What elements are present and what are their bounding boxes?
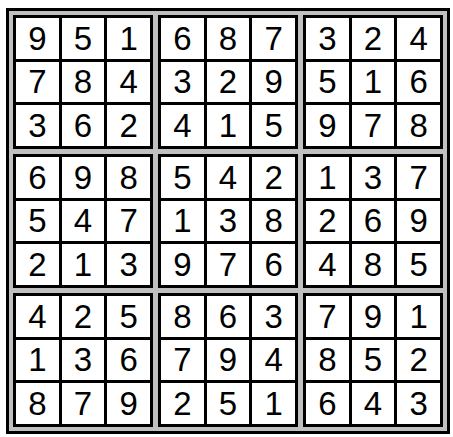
sudoku-cell-r5c6[interactable]: 8 — [252, 201, 295, 242]
sudoku-cell-r4c4[interactable]: 5 — [161, 157, 204, 198]
sudoku-cell-r2c7[interactable]: 5 — [306, 62, 349, 103]
sudoku-cell-r3c6[interactable]: 5 — [252, 105, 295, 146]
sudoku-cell-r8c5[interactable]: 9 — [207, 340, 250, 381]
sudoku-cell-r5c1[interactable]: 5 — [16, 201, 59, 242]
sudoku-cell-r4c2[interactable]: 9 — [62, 157, 105, 198]
sudoku-cell-r9c2[interactable]: 7 — [62, 383, 105, 424]
sudoku-cell-r4c3[interactable]: 8 — [107, 157, 150, 198]
sudoku-cell-r1c7[interactable]: 3 — [306, 18, 349, 59]
sudoku-cell-r3c7[interactable]: 9 — [306, 105, 349, 146]
sudoku-cell-r6c8[interactable]: 8 — [352, 244, 395, 285]
sudoku-cell-r5c9[interactable]: 9 — [397, 201, 440, 242]
sudoku-cell-r8c9[interactable]: 2 — [397, 340, 440, 381]
sudoku-box-3: 324516978 — [303, 15, 443, 149]
sudoku-cell-r1c9[interactable]: 4 — [397, 18, 440, 59]
sudoku-cell-r1c1[interactable]: 9 — [16, 18, 59, 59]
sudoku-cell-r3c5[interactable]: 1 — [207, 105, 250, 146]
sudoku-cell-r3c3[interactable]: 2 — [107, 105, 150, 146]
sudoku-box-8: 863794251 — [158, 293, 298, 427]
sudoku-cell-r4c9[interactable]: 7 — [397, 157, 440, 198]
sudoku-box-2: 687329415 — [158, 15, 298, 149]
sudoku-cell-r4c5[interactable]: 4 — [207, 157, 250, 198]
sudoku-cell-r4c7[interactable]: 1 — [306, 157, 349, 198]
sudoku-cell-r8c1[interactable]: 1 — [16, 340, 59, 381]
sudoku-cell-r3c4[interactable]: 4 — [161, 105, 204, 146]
sudoku-page: 9517843626873294153245169786985472135421… — [0, 0, 453, 437]
sudoku-cell-r9c8[interactable]: 4 — [352, 383, 395, 424]
sudoku-cell-r5c8[interactable]: 6 — [352, 201, 395, 242]
sudoku-cell-r5c2[interactable]: 4 — [62, 201, 105, 242]
sudoku-cell-r9c6[interactable]: 1 — [252, 383, 295, 424]
sudoku-cell-r7c2[interactable]: 2 — [62, 296, 105, 337]
sudoku-cell-r2c6[interactable]: 9 — [252, 62, 295, 103]
sudoku-cell-r8c2[interactable]: 3 — [62, 340, 105, 381]
sudoku-cell-r8c3[interactable]: 6 — [107, 340, 150, 381]
sudoku-cell-r2c1[interactable]: 7 — [16, 62, 59, 103]
sudoku-cell-r8c7[interactable]: 8 — [306, 340, 349, 381]
sudoku-box-7: 425136879 — [13, 293, 153, 427]
sudoku-cell-r1c5[interactable]: 8 — [207, 18, 250, 59]
sudoku-cell-r7c4[interactable]: 8 — [161, 296, 204, 337]
sudoku-cell-r7c6[interactable]: 3 — [252, 296, 295, 337]
sudoku-box-4: 698547213 — [13, 154, 153, 288]
sudoku-cell-r6c5[interactable]: 7 — [207, 244, 250, 285]
sudoku-cell-r8c4[interactable]: 7 — [161, 340, 204, 381]
sudoku-cell-r6c3[interactable]: 3 — [107, 244, 150, 285]
sudoku-box-9: 791852643 — [303, 293, 443, 427]
sudoku-cell-r5c4[interactable]: 1 — [161, 201, 204, 242]
sudoku-cell-r5c7[interactable]: 2 — [306, 201, 349, 242]
sudoku-box-5: 542138976 — [158, 154, 298, 288]
sudoku-cell-r2c4[interactable]: 3 — [161, 62, 204, 103]
sudoku-cell-r2c2[interactable]: 8 — [62, 62, 105, 103]
sudoku-cell-r4c8[interactable]: 3 — [352, 157, 395, 198]
sudoku-cell-r5c5[interactable]: 3 — [207, 201, 250, 242]
sudoku-cell-r4c1[interactable]: 6 — [16, 157, 59, 198]
sudoku-cell-r2c5[interactable]: 2 — [207, 62, 250, 103]
sudoku-cell-r6c4[interactable]: 9 — [161, 244, 204, 285]
sudoku-cell-r7c1[interactable]: 4 — [16, 296, 59, 337]
sudoku-cell-r9c4[interactable]: 2 — [161, 383, 204, 424]
sudoku-cell-r2c9[interactable]: 6 — [397, 62, 440, 103]
sudoku-cell-r1c6[interactable]: 7 — [252, 18, 295, 59]
sudoku-cell-r9c7[interactable]: 6 — [306, 383, 349, 424]
sudoku-cell-r9c5[interactable]: 5 — [207, 383, 250, 424]
sudoku-cell-r9c3[interactable]: 9 — [107, 383, 150, 424]
sudoku-cell-r7c5[interactable]: 6 — [207, 296, 250, 337]
sudoku-cell-r1c2[interactable]: 5 — [62, 18, 105, 59]
sudoku-cell-r7c9[interactable]: 1 — [397, 296, 440, 337]
sudoku-cell-r7c3[interactable]: 5 — [107, 296, 150, 337]
sudoku-cell-r1c4[interactable]: 6 — [161, 18, 204, 59]
sudoku-cell-r6c2[interactable]: 1 — [62, 244, 105, 285]
sudoku-cell-r5c3[interactable]: 7 — [107, 201, 150, 242]
sudoku-cell-r6c7[interactable]: 4 — [306, 244, 349, 285]
sudoku-box-1: 951784362 — [13, 15, 153, 149]
sudoku-cell-r8c8[interactable]: 5 — [352, 340, 395, 381]
sudoku-cell-r6c1[interactable]: 2 — [16, 244, 59, 285]
sudoku-cell-r7c8[interactable]: 9 — [352, 296, 395, 337]
sudoku-cell-r4c6[interactable]: 2 — [252, 157, 295, 198]
sudoku-cell-r9c1[interactable]: 8 — [16, 383, 59, 424]
sudoku-cell-r2c8[interactable]: 1 — [352, 62, 395, 103]
sudoku-cell-r3c2[interactable]: 6 — [62, 105, 105, 146]
sudoku-cell-r7c7[interactable]: 7 — [306, 296, 349, 337]
sudoku-cell-r1c3[interactable]: 1 — [107, 18, 150, 59]
sudoku-cell-r9c9[interactable]: 3 — [397, 383, 440, 424]
sudoku-cell-r6c6[interactable]: 6 — [252, 244, 295, 285]
sudoku-board: 9517843626873294153245169786985472135421… — [6, 8, 450, 434]
sudoku-cell-r3c9[interactable]: 8 — [397, 105, 440, 146]
sudoku-cell-r6c9[interactable]: 5 — [397, 244, 440, 285]
sudoku-box-6: 137269485 — [303, 154, 443, 288]
sudoku-cell-r3c1[interactable]: 3 — [16, 105, 59, 146]
sudoku-cell-r1c8[interactable]: 2 — [352, 18, 395, 59]
sudoku-cell-r3c8[interactable]: 7 — [352, 105, 395, 146]
sudoku-cell-r2c3[interactable]: 4 — [107, 62, 150, 103]
sudoku-cell-r8c6[interactable]: 4 — [252, 340, 295, 381]
